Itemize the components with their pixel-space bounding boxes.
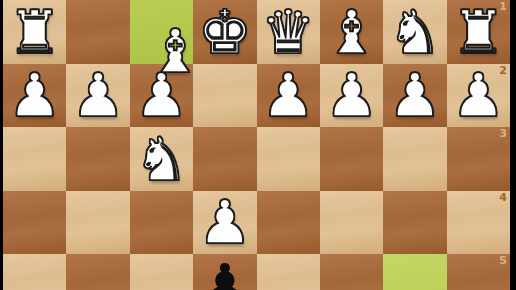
square-d3[interactable] (257, 127, 320, 191)
chess-board: ♜♚♛♝♞♜1♟♟♟♟♟♟♟2♞3♟4♟5♝ (3, 0, 510, 290)
square-a2[interactable]: ♟2 (447, 64, 510, 128)
square-h4[interactable] (3, 191, 66, 255)
square-c4[interactable] (320, 191, 383, 255)
square-g3[interactable] (66, 127, 129, 191)
piece-white-pawn-e4[interactable]: ♟ (193, 191, 256, 255)
square-a1[interactable]: ♜1 (447, 0, 510, 64)
square-h1[interactable]: ♜ (3, 0, 66, 64)
square-e5[interactable]: ♟ (193, 254, 256, 290)
piece-white-pawn-g2[interactable]: ♟ (66, 64, 129, 128)
rank-label-5: 5 (499, 254, 507, 268)
square-b2[interactable]: ♟ (383, 64, 446, 128)
square-b3[interactable] (383, 127, 446, 191)
piece-white-pawn-b2[interactable]: ♟ (383, 64, 446, 128)
square-f5[interactable] (130, 254, 193, 290)
rank-label-3: 3 (499, 127, 507, 141)
square-g5[interactable] (66, 254, 129, 290)
square-d2[interactable]: ♟ (257, 64, 320, 128)
piece-white-bishop-animating[interactable]: ♝ (144, 19, 207, 83)
square-a4[interactable]: 4 (447, 191, 510, 255)
piece-white-knight-f3[interactable]: ♞ (130, 127, 193, 191)
piece-white-bishop-c1[interactable]: ♝ (320, 0, 383, 64)
square-b4[interactable] (383, 191, 446, 255)
square-d1[interactable]: ♛ (257, 0, 320, 64)
square-c3[interactable] (320, 127, 383, 191)
piece-white-pawn-h2[interactable]: ♟ (3, 64, 66, 128)
piece-white-queen-d1[interactable]: ♛ (257, 0, 320, 64)
square-h2[interactable]: ♟ (3, 64, 66, 128)
square-a3[interactable]: 3 (447, 127, 510, 191)
square-h3[interactable] (3, 127, 66, 191)
square-g2[interactable]: ♟ (66, 64, 129, 128)
square-h5[interactable] (3, 254, 66, 290)
square-c5[interactable] (320, 254, 383, 290)
square-c1[interactable]: ♝ (320, 0, 383, 64)
square-d4[interactable] (257, 191, 320, 255)
rank-label-4: 4 (499, 191, 507, 205)
piece-white-rook-h1[interactable]: ♜ (3, 0, 66, 64)
square-g4[interactable] (66, 191, 129, 255)
piece-black-pawn-e5[interactable]: ♟ (193, 254, 256, 290)
piece-white-pawn-c2[interactable]: ♟ (320, 64, 383, 128)
square-d5[interactable] (257, 254, 320, 290)
piece-white-pawn-d2[interactable]: ♟ (257, 64, 320, 128)
square-g1[interactable] (66, 0, 129, 64)
square-f3[interactable]: ♞ (130, 127, 193, 191)
square-e3[interactable] (193, 127, 256, 191)
square-a5[interactable]: 5 (447, 254, 510, 290)
square-c2[interactable]: ♟ (320, 64, 383, 128)
square-e4[interactable]: ♟ (193, 191, 256, 255)
square-b1[interactable]: ♞ (383, 0, 446, 64)
rank-label-1: 1 (499, 0, 507, 14)
piece-white-knight-b1[interactable]: ♞ (383, 0, 446, 64)
chess-app-screen: ♜♚♛♝♞♜1♟♟♟♟♟♟♟2♞3♟4♟5♝ (0, 0, 516, 290)
square-f4[interactable] (130, 191, 193, 255)
rank-label-2: 2 (499, 64, 507, 78)
square-b5[interactable] (383, 254, 446, 290)
